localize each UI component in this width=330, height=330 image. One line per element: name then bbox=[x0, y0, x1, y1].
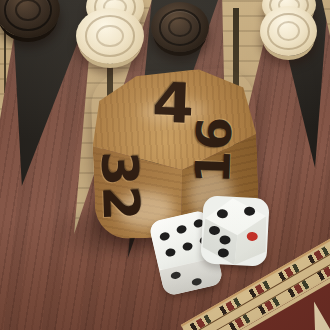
die-pip bbox=[170, 270, 181, 279]
die-pip bbox=[182, 242, 194, 252]
cube-number-left: 32 bbox=[94, 150, 146, 217]
die-right bbox=[200, 195, 269, 266]
checker-cream-4 bbox=[260, 6, 317, 56]
point-light-4 bbox=[322, 0, 330, 70]
die-pip bbox=[191, 277, 202, 286]
checker-dark-2 bbox=[151, 2, 209, 52]
die-pip bbox=[208, 226, 219, 236]
backgammon-photo: 4 32 16 bbox=[0, 0, 330, 330]
die-pip bbox=[159, 231, 171, 241]
die-pip bbox=[176, 224, 188, 234]
die-pip bbox=[165, 248, 177, 258]
cube-number-right: 16 bbox=[188, 127, 238, 184]
die-pip bbox=[217, 209, 228, 219]
checker-cream-2 bbox=[76, 8, 144, 64]
die-pip bbox=[244, 206, 255, 216]
